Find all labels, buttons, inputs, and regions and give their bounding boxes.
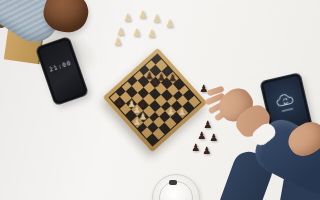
captured-piece-dark: ♟ [192,143,201,153]
captured-piece-light: ♟ [124,13,133,23]
chess-piece-dark: ♟ [151,78,160,86]
chess-piece-dark: ♟ [116,99,125,107]
captured-piece-dark: ♟ [203,146,212,156]
cloud-sync-icon [274,90,297,110]
lid-sip-tab [169,180,177,185]
captured-piece-light: ♟ [148,29,157,39]
board-square: ♟ [131,116,143,128]
phone-clock-text: 21:00 [45,58,76,74]
captured-piece-light: ♟ [166,19,175,29]
chess-piece-light: ♟ [133,118,142,126]
board-pinstripe: ♟♟♟♟♟♟♟♟♟♟♟♟ [108,53,201,146]
chess-piece-dark: ♟ [169,74,178,82]
chess-piece-light: ♟ [167,108,176,116]
captured-piece-light: ♟ [153,14,162,24]
board-grid: ♟♟♟♟♟♟♟♟♟♟♟♟ [110,55,200,145]
coffee-cup-lid [152,174,200,200]
captured-piece-dark: ♟ [210,133,219,143]
board-square: ♟ [167,72,179,84]
captured-piece-light: ♟ [139,10,148,20]
chess-piece-light: ♟ [178,109,187,117]
captured-piece-dark: ♟ [198,131,207,141]
scene: 21:00 ♟♟♟♟♟♟♟♟♟♟♟♟ ♟♟♟♟♟♟♟♟♟♟♟♟♟♟ [0,0,320,200]
captured-piece-light: ♟ [133,28,142,38]
board-square: ♟ [114,97,126,109]
board-square: ♟ [177,107,189,119]
captured-piece-light: ♟ [114,37,123,47]
board-square: ♟ [165,106,177,118]
captured-piece-dark: ♟ [204,120,213,130]
chess-board: ♟♟♟♟♟♟♟♟♟♟♟♟ [103,48,208,153]
board-square: ♟ [150,77,162,89]
